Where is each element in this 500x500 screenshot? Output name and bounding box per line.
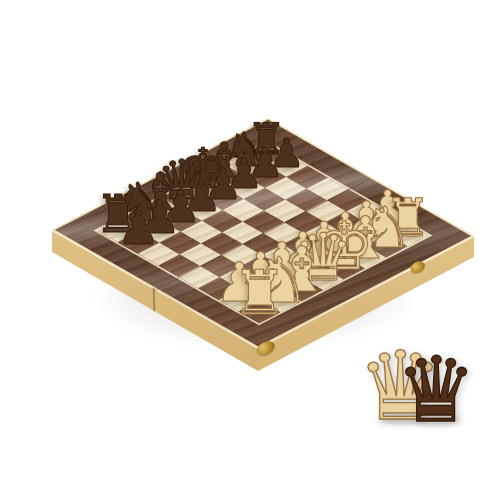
chess-set-photo: ♜♞♟♝♟♚♟♛♟♝♟♞♟♟♜♟♟♜♟♟♞♟♝♟♚♟♛♟♝♟♞♜ ♛ ♛ (0, 0, 500, 500)
spare-dark-queen: ♛ (396, 345, 477, 435)
